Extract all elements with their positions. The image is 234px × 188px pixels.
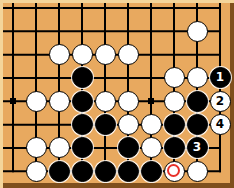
black-stone bbox=[72, 114, 93, 135]
star-point bbox=[10, 98, 16, 104]
black-stone bbox=[49, 161, 70, 182]
black-stone bbox=[72, 91, 93, 112]
black-stone bbox=[72, 67, 93, 88]
white-stone-marked bbox=[164, 161, 185, 182]
move-number-label: 2 bbox=[216, 92, 224, 111]
white-stone bbox=[187, 21, 208, 42]
black-stone bbox=[95, 114, 116, 135]
black-stone bbox=[118, 161, 139, 182]
go-board: 1243 bbox=[0, 0, 234, 188]
black-stone bbox=[72, 161, 93, 182]
white-stone bbox=[118, 91, 139, 112]
white-stone bbox=[26, 91, 47, 112]
move-number-label: 1 bbox=[216, 68, 224, 87]
black-stone bbox=[72, 137, 93, 158]
black-stone-3: 3 bbox=[187, 137, 208, 158]
white-stone bbox=[141, 137, 162, 158]
star-point bbox=[148, 98, 154, 104]
white-stone bbox=[95, 91, 116, 112]
white-stone bbox=[49, 91, 70, 112]
black-stone bbox=[95, 161, 116, 182]
black-stone bbox=[141, 161, 162, 182]
white-stone-4: 4 bbox=[210, 114, 231, 135]
white-stone bbox=[187, 67, 208, 88]
white-stone bbox=[26, 161, 47, 182]
white-stone bbox=[141, 114, 162, 135]
white-stone bbox=[118, 44, 139, 65]
white-stone bbox=[95, 44, 116, 65]
white-stone bbox=[187, 161, 208, 182]
white-stone bbox=[26, 137, 47, 158]
move-number-label: 3 bbox=[193, 138, 201, 157]
black-stone bbox=[187, 114, 208, 135]
move-number-label: 4 bbox=[216, 115, 224, 134]
black-stone bbox=[118, 137, 139, 158]
black-stone bbox=[164, 114, 185, 135]
black-stone-1: 1 bbox=[210, 67, 231, 88]
white-stone bbox=[49, 137, 70, 158]
red-circle-marker bbox=[167, 164, 180, 177]
white-stone bbox=[164, 91, 185, 112]
white-stone bbox=[72, 44, 93, 65]
white-stone-2: 2 bbox=[210, 91, 231, 112]
black-stone bbox=[164, 137, 185, 158]
white-stone bbox=[164, 67, 185, 88]
black-stone bbox=[187, 91, 208, 112]
white-stone bbox=[49, 44, 70, 65]
white-stone bbox=[118, 114, 139, 135]
